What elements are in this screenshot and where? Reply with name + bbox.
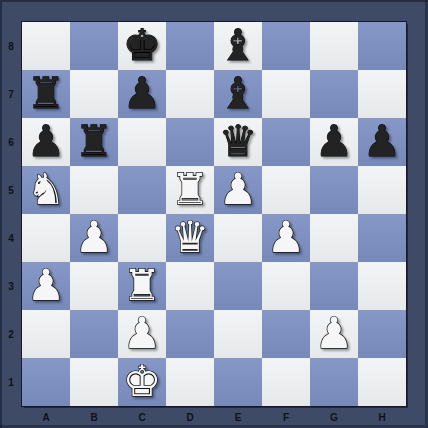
black-pawn-a6[interactable]: ♟ <box>27 120 66 163</box>
black-rook-a7[interactable]: ♜ <box>27 72 66 115</box>
square-a4[interactable] <box>22 214 70 262</box>
square-g6[interactable]: ♟ <box>310 118 358 166</box>
rank-label-6: 6 <box>0 118 22 166</box>
square-d3[interactable] <box>166 262 214 310</box>
square-f5[interactable] <box>262 166 310 214</box>
white-queen-d4[interactable]: ♛ <box>171 216 210 259</box>
square-h3[interactable] <box>358 262 406 310</box>
square-d5[interactable]: ♜ <box>166 166 214 214</box>
square-d4[interactable]: ♛ <box>166 214 214 262</box>
square-h7[interactable] <box>358 70 406 118</box>
black-pawn-g6[interactable]: ♟ <box>315 120 354 163</box>
square-a3[interactable]: ♟ <box>22 262 70 310</box>
square-d7[interactable] <box>166 70 214 118</box>
square-e2[interactable] <box>214 310 262 358</box>
square-c2[interactable]: ♟ <box>118 310 166 358</box>
square-h4[interactable] <box>358 214 406 262</box>
file-label-h: H <box>358 406 406 428</box>
square-h5[interactable] <box>358 166 406 214</box>
square-e8[interactable]: ♝ <box>214 22 262 70</box>
square-e4[interactable] <box>214 214 262 262</box>
rank-label-7: 7 <box>0 70 22 118</box>
square-c4[interactable] <box>118 214 166 262</box>
square-a1[interactable] <box>22 358 70 406</box>
white-pawn-b4[interactable]: ♟ <box>75 216 114 259</box>
square-f6[interactable] <box>262 118 310 166</box>
file-label-c: C <box>118 406 166 428</box>
square-c6[interactable] <box>118 118 166 166</box>
black-queen-e6[interactable]: ♛ <box>219 120 258 163</box>
black-king-c8[interactable]: ♚ <box>123 24 162 67</box>
square-b6[interactable]: ♜ <box>70 118 118 166</box>
white-pawn-c2[interactable]: ♟ <box>123 312 162 355</box>
square-h8[interactable] <box>358 22 406 70</box>
square-f4[interactable]: ♟ <box>262 214 310 262</box>
square-f1[interactable] <box>262 358 310 406</box>
rank-label-3: 3 <box>0 262 22 310</box>
square-e1[interactable] <box>214 358 262 406</box>
chessboard: ♚♝♜♟♝♟♜♛♟♟♞♜♟♟♛♟♟♜♟♟♚ <box>22 22 406 406</box>
square-g3[interactable] <box>310 262 358 310</box>
square-a5[interactable]: ♞ <box>22 166 70 214</box>
square-g5[interactable] <box>310 166 358 214</box>
square-a7[interactable]: ♜ <box>22 70 70 118</box>
black-pawn-c7[interactable]: ♟ <box>123 72 162 115</box>
rank-label-5: 5 <box>0 166 22 214</box>
square-g4[interactable] <box>310 214 358 262</box>
square-a8[interactable] <box>22 22 70 70</box>
square-e3[interactable] <box>214 262 262 310</box>
white-knight-a5[interactable]: ♞ <box>27 168 66 211</box>
square-e6[interactable]: ♛ <box>214 118 262 166</box>
white-rook-c3[interactable]: ♜ <box>123 264 162 307</box>
square-a2[interactable] <box>22 310 70 358</box>
square-h6[interactable]: ♟ <box>358 118 406 166</box>
white-pawn-f4[interactable]: ♟ <box>267 216 306 259</box>
square-h1[interactable] <box>358 358 406 406</box>
rank-label-2: 2 <box>0 310 22 358</box>
square-b3[interactable] <box>70 262 118 310</box>
white-king-c1[interactable]: ♚ <box>123 360 162 403</box>
square-c7[interactable]: ♟ <box>118 70 166 118</box>
square-g1[interactable] <box>310 358 358 406</box>
square-f8[interactable] <box>262 22 310 70</box>
square-g7[interactable] <box>310 70 358 118</box>
square-f3[interactable] <box>262 262 310 310</box>
square-d6[interactable] <box>166 118 214 166</box>
square-f7[interactable] <box>262 70 310 118</box>
file-labels: ABCDEFGH <box>22 406 406 428</box>
file-label-f: F <box>262 406 310 428</box>
rank-label-8: 8 <box>0 22 22 70</box>
file-label-e: E <box>214 406 262 428</box>
square-c3[interactable]: ♜ <box>118 262 166 310</box>
square-b7[interactable] <box>70 70 118 118</box>
square-b5[interactable] <box>70 166 118 214</box>
rank-label-4: 4 <box>0 214 22 262</box>
square-d1[interactable] <box>166 358 214 406</box>
square-g8[interactable] <box>310 22 358 70</box>
square-e5[interactable]: ♟ <box>214 166 262 214</box>
square-a6[interactable]: ♟ <box>22 118 70 166</box>
square-c5[interactable] <box>118 166 166 214</box>
white-rook-d5[interactable]: ♜ <box>171 168 210 211</box>
square-f2[interactable] <box>262 310 310 358</box>
square-b1[interactable] <box>70 358 118 406</box>
chessboard-frame: 87654321 ♚♝♜♟♝♟♜♛♟♟♞♜♟♟♛♟♟♜♟♟♚ ABCDEFGH <box>0 0 428 428</box>
rank-label-1: 1 <box>0 358 22 406</box>
rank-labels: 87654321 <box>0 22 22 406</box>
black-bishop-e7[interactable]: ♝ <box>219 72 258 115</box>
square-c8[interactable]: ♚ <box>118 22 166 70</box>
square-b8[interactable] <box>70 22 118 70</box>
square-d8[interactable] <box>166 22 214 70</box>
black-bishop-e8[interactable]: ♝ <box>219 24 258 67</box>
file-label-g: G <box>310 406 358 428</box>
square-b2[interactable] <box>70 310 118 358</box>
file-label-d: D <box>166 406 214 428</box>
black-pawn-h6[interactable]: ♟ <box>363 120 402 163</box>
white-pawn-a3[interactable]: ♟ <box>27 264 66 307</box>
black-rook-b6[interactable]: ♜ <box>75 120 114 163</box>
square-h2[interactable] <box>358 310 406 358</box>
square-b4[interactable]: ♟ <box>70 214 118 262</box>
file-label-a: A <box>22 406 70 428</box>
file-label-b: B <box>70 406 118 428</box>
square-c1[interactable]: ♚ <box>118 358 166 406</box>
white-pawn-e5[interactable]: ♟ <box>219 168 258 211</box>
square-d2[interactable] <box>166 310 214 358</box>
white-pawn-g2[interactable]: ♟ <box>315 312 354 355</box>
square-g2[interactable]: ♟ <box>310 310 358 358</box>
square-e7[interactable]: ♝ <box>214 70 262 118</box>
